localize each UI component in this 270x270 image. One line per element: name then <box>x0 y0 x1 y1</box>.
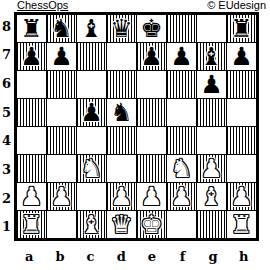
piece-white-rook: ♜ <box>20 211 42 238</box>
piece-white-bishop: ♝ <box>80 211 102 238</box>
rank-label-3: 3 <box>0 155 13 184</box>
piece-white-king: ♚ <box>140 211 162 238</box>
square-f2[interactable]: ♟ <box>167 183 196 210</box>
square-b1[interactable] <box>47 211 76 238</box>
piece-black-pawn: ♟ <box>20 43 42 70</box>
square-a6[interactable] <box>17 71 46 98</box>
square-d6[interactable] <box>107 71 136 98</box>
rank-label-8: 8 <box>0 12 13 41</box>
rank-labels: 87654321 <box>0 12 13 241</box>
piece-white-bishop: ♝ <box>200 183 222 210</box>
square-g3[interactable]: ♟ <box>197 155 226 182</box>
rank-label-7: 7 <box>0 41 13 70</box>
square-f3[interactable]: ♞ <box>167 155 196 182</box>
square-a3[interactable] <box>17 155 46 182</box>
piece-black-rook: ♜ <box>20 15 42 42</box>
piece-white-rook: ♜ <box>230 211 252 238</box>
square-a2[interactable]: ♟ <box>17 183 46 210</box>
rank-label-6: 6 <box>0 69 13 98</box>
square-g1[interactable] <box>197 211 226 238</box>
square-f6[interactable] <box>167 71 196 98</box>
square-f1[interactable] <box>167 211 196 238</box>
square-f8[interactable] <box>167 15 196 42</box>
square-f4[interactable] <box>167 127 196 154</box>
file-label-h: h <box>228 248 259 264</box>
square-h6[interactable] <box>227 71 256 98</box>
square-b6[interactable] <box>47 71 76 98</box>
piece-black-pawn: ♟ <box>140 43 162 70</box>
square-g2[interactable]: ♝ <box>197 183 226 210</box>
square-g4[interactable] <box>197 127 226 154</box>
piece-black-pawn: ♟ <box>200 71 222 98</box>
file-label-e: e <box>137 248 168 264</box>
square-h2[interactable]: ♟ <box>227 183 256 210</box>
piece-black-pawn: ♟ <box>80 99 102 126</box>
square-h5[interactable] <box>227 99 256 126</box>
file-label-d: d <box>106 248 137 264</box>
square-b2[interactable]: ♟ <box>47 183 76 210</box>
square-c8[interactable]: ♝ <box>77 15 106 42</box>
piece-white-pawn: ♟ <box>200 155 222 182</box>
piece-black-bishop: ♝ <box>80 15 102 42</box>
piece-white-pawn: ♟ <box>110 183 132 210</box>
chessops-window: ChessOps © EUdesign 87654321 ♜♞♝♛♚♜♟♟♟♟♝… <box>0 0 270 270</box>
square-h8[interactable]: ♜ <box>227 15 256 42</box>
piece-black-king: ♚ <box>140 15 162 42</box>
piece-black-pawn: ♟ <box>170 43 192 70</box>
square-d3[interactable] <box>107 155 136 182</box>
square-e2[interactable]: ♟ <box>137 183 166 210</box>
square-h1[interactable]: ♜ <box>227 211 256 238</box>
square-e3[interactable] <box>137 155 166 182</box>
square-g7[interactable]: ♝ <box>197 43 226 70</box>
piece-black-knight: ♞ <box>110 99 132 126</box>
square-c6[interactable] <box>77 71 106 98</box>
rank-label-5: 5 <box>0 98 13 127</box>
square-a7[interactable]: ♟ <box>17 43 46 70</box>
file-label-c: c <box>75 248 106 264</box>
piece-black-rook: ♜ <box>230 15 252 42</box>
square-d7[interactable] <box>107 43 136 70</box>
square-a1[interactable]: ♜ <box>17 211 46 238</box>
square-g6[interactable]: ♟ <box>197 71 226 98</box>
square-e5[interactable] <box>137 99 166 126</box>
square-e1[interactable]: ♚ <box>137 211 166 238</box>
square-b7[interactable]: ♟ <box>47 43 76 70</box>
square-d8[interactable]: ♛ <box>107 15 136 42</box>
square-c4[interactable] <box>77 127 106 154</box>
square-a4[interactable] <box>17 127 46 154</box>
square-d4[interactable] <box>107 127 136 154</box>
piece-white-queen: ♛ <box>110 211 132 238</box>
square-g5[interactable] <box>197 99 226 126</box>
header: ChessOps © EUdesign <box>17 0 266 11</box>
square-a8[interactable]: ♜ <box>17 15 46 42</box>
piece-white-pawn: ♟ <box>140 183 162 210</box>
file-labels: abcdefgh <box>14 248 259 264</box>
piece-black-bishop: ♝ <box>200 43 222 70</box>
square-e8[interactable]: ♚ <box>137 15 166 42</box>
square-g8[interactable] <box>197 15 226 42</box>
square-a5[interactable] <box>17 99 46 126</box>
rank-label-4: 4 <box>0 127 13 156</box>
piece-black-knight: ♞ <box>50 15 72 42</box>
app-title[interactable]: ChessOps <box>17 0 68 11</box>
square-e6[interactable] <box>137 71 166 98</box>
square-b8[interactable]: ♞ <box>47 15 76 42</box>
file-label-f: f <box>167 248 198 264</box>
square-c7[interactable] <box>77 43 106 70</box>
file-label-a: a <box>14 248 45 264</box>
square-c2[interactable] <box>77 183 106 210</box>
rank-label-1: 1 <box>0 212 13 241</box>
square-h7[interactable]: ♟ <box>227 43 256 70</box>
rank-label-2: 2 <box>0 184 13 213</box>
piece-white-pawn: ♟ <box>20 183 42 210</box>
board: ♜♞♝♛♚♜♟♟♟♟♝♟♟♟♞♞♞♟♟♟♟♟♟♝♟♜♝♛♚♜ <box>14 12 259 241</box>
piece-white-knight: ♞ <box>170 155 192 182</box>
square-c3[interactable]: ♞ <box>77 155 106 182</box>
square-d5[interactable]: ♞ <box>107 99 136 126</box>
square-e4[interactable] <box>137 127 166 154</box>
piece-white-pawn: ♟ <box>50 183 72 210</box>
square-d2[interactable]: ♟ <box>107 183 136 210</box>
square-e7[interactable]: ♟ <box>137 43 166 70</box>
square-f7[interactable]: ♟ <box>167 43 196 70</box>
piece-black-pawn: ♟ <box>230 43 252 70</box>
square-c1[interactable]: ♝ <box>77 211 106 238</box>
square-f5[interactable] <box>167 99 196 126</box>
copyright-text: © EUdesign <box>207 0 266 11</box>
file-label-b: b <box>45 248 76 264</box>
piece-white-pawn: ♟ <box>170 183 192 210</box>
square-h3[interactable] <box>227 155 256 182</box>
square-b3[interactable] <box>47 155 76 182</box>
piece-white-pawn: ♟ <box>230 183 252 210</box>
square-b5[interactable] <box>47 99 76 126</box>
square-h4[interactable] <box>227 127 256 154</box>
square-b4[interactable] <box>47 127 76 154</box>
square-c5[interactable]: ♟ <box>77 99 106 126</box>
file-label-g: g <box>198 248 229 264</box>
piece-white-knight: ♞ <box>80 155 102 182</box>
piece-black-pawn: ♟ <box>50 43 72 70</box>
piece-black-queen: ♛ <box>110 15 132 42</box>
square-d1[interactable]: ♛ <box>107 211 136 238</box>
